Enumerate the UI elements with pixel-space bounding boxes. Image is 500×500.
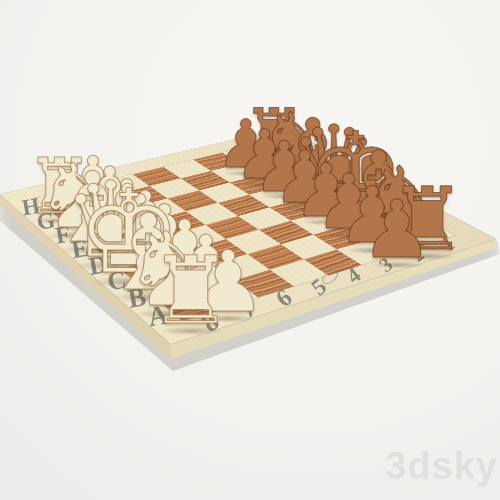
scene: ♜♟♟♜♞♟♟♞♝♟♟♝♛♟♟♛♚♟♟♚♝♟♟♝♞♟♟♞♜♟♟♜HGFEDCBA… xyxy=(0,0,500,500)
chessboard xyxy=(0,127,497,344)
watermark-3dsky: 3dsky xyxy=(385,445,498,488)
render-canvas: ♜♟♟♜♞♟♟♞♝♟♟♝♛♟♟♛♚♟♟♚♝♟♟♝♞♟♟♞♜♟♟♜HGFEDCBA… xyxy=(0,0,500,500)
